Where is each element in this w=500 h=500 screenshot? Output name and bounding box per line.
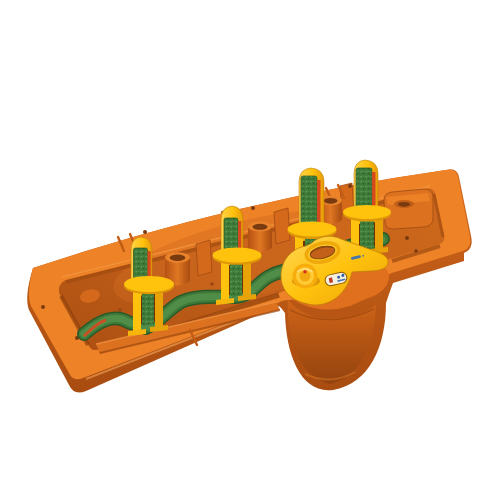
- binding-4-collar: [343, 205, 391, 219]
- socket-2-hole: [253, 224, 268, 230]
- socket-2: [248, 222, 272, 253]
- binding-3-pad: [301, 176, 317, 224]
- binding-2-frame-left-leg: [221, 259, 229, 300]
- binding-1-strap: [142, 290, 154, 326]
- binding-4-pad: [356, 168, 372, 208]
- canvas: Bright orange molded-plastic four-statio…: [0, 0, 500, 500]
- socket-4-block: [384, 189, 433, 229]
- binding-4-frame-right-leg: [375, 216, 383, 249]
- product-illustration: [0, 0, 500, 500]
- socket-4-hole: [398, 202, 410, 207]
- product-photo: Bright orange molded-plastic four-statio…: [0, 0, 500, 500]
- binding-3-red-edge: [317, 180, 321, 224]
- binding-1-frame-left-leg: [133, 289, 141, 331]
- binding-4-red-edge: [372, 172, 376, 208]
- socket-3-hole: [324, 198, 338, 204]
- partition-2: [274, 208, 290, 244]
- binding-3-collar: [288, 222, 337, 237]
- partition-1: [196, 240, 212, 276]
- binding-2-collar: [213, 248, 262, 263]
- socket-1-hole: [170, 255, 186, 261]
- binding-2-strap: [230, 259, 242, 298]
- knob-index-dot: [303, 270, 306, 273]
- binding-1-collar: [124, 276, 174, 292]
